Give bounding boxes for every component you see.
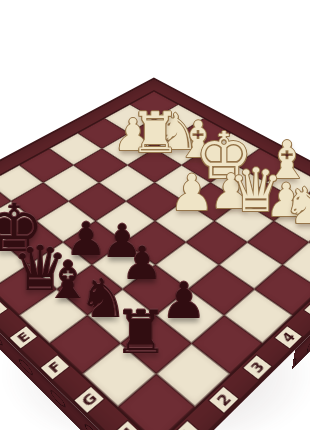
chess-set-photo: ABCDEFGH 12345678 ♟♞♜♝♝♚♟♟♛♟♞♚♟♟♟♛♝♞♟♜: [0, 0, 310, 430]
black-pawn: ♟: [162, 276, 207, 326]
black-rook: ♜: [114, 302, 168, 362]
white-pawn: ♟: [170, 168, 215, 218]
white-knight: ♞: [284, 181, 310, 231]
black-pawn: ♟: [121, 240, 162, 286]
white-rook: ♜: [130, 105, 180, 161]
pieces-layer: ♟♞♜♝♝♚♟♟♛♟♞♚♟♟♟♛♝♞♟♜: [0, 0, 310, 430]
